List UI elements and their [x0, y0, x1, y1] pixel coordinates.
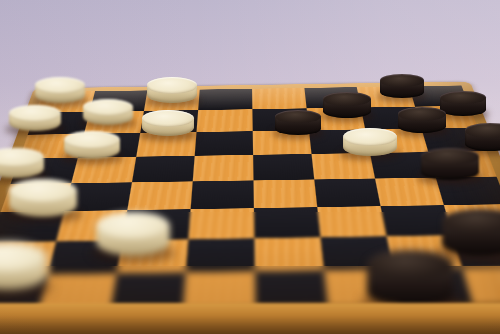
white-checker-piece[interactable] [83, 99, 133, 125]
piece-top [275, 110, 321, 123]
white-checker-piece[interactable] [64, 131, 120, 160]
black-checker-piece[interactable] [398, 107, 446, 133]
black-checker-piece[interactable] [421, 148, 479, 180]
white-checker-piece[interactable] [0, 148, 44, 179]
white-checker-piece[interactable] [343, 128, 397, 156]
white-checker-piece[interactable] [9, 105, 61, 132]
black-checker-piece[interactable] [380, 74, 424, 98]
piece-top [367, 250, 453, 279]
piece-top [343, 128, 397, 146]
piece-top [421, 148, 479, 165]
white-checker-piece[interactable] [96, 212, 170, 256]
black-checker-piece[interactable] [275, 110, 321, 135]
piece-top [147, 77, 197, 94]
piece-top [83, 99, 133, 116]
piece-top [440, 91, 486, 104]
piece-top [465, 123, 500, 138]
pieces-layer [0, 0, 500, 334]
white-checker-piece[interactable] [0, 242, 47, 290]
piece-top [142, 110, 194, 127]
board-front-rim [0, 303, 500, 334]
piece-top [9, 105, 61, 122]
piece-top [35, 77, 85, 94]
white-checker-piece[interactable] [147, 77, 197, 103]
black-checker-piece[interactable] [442, 209, 500, 255]
piece-top [323, 92, 371, 106]
white-checker-piece[interactable] [142, 110, 194, 137]
black-checker-piece[interactable] [367, 250, 453, 306]
checkers-photo-scene [0, 0, 500, 334]
white-checker-piece[interactable] [9, 179, 77, 217]
black-checker-piece[interactable] [440, 91, 486, 116]
black-checker-piece[interactable] [323, 92, 371, 118]
piece-top [398, 107, 446, 121]
piece-top [380, 74, 424, 87]
piece-top [96, 212, 170, 240]
black-checker-piece[interactable] [465, 123, 500, 151]
piece-top [64, 131, 120, 150]
white-checker-piece[interactable] [35, 77, 85, 103]
